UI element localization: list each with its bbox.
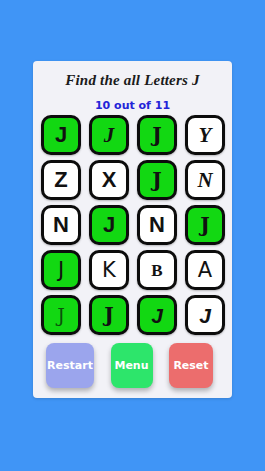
- letter-tile-r2c1[interactable]: Z: [41, 160, 81, 200]
- tile-letter: N: [149, 214, 165, 236]
- letter-tile-r1c4[interactable]: Y: [185, 115, 225, 155]
- letter-tile-r1c1[interactable]: J: [41, 115, 81, 155]
- letter-tile-r3c3[interactable]: N: [137, 205, 177, 245]
- letter-tile-r2c2[interactable]: X: [89, 160, 129, 200]
- tile-letter: N: [197, 170, 212, 191]
- menu-button[interactable]: Menu: [111, 343, 153, 388]
- letter-tile-r3c4[interactable]: J: [185, 205, 225, 245]
- letter-tile-r1c2[interactable]: J: [89, 115, 129, 155]
- tile-letter: A: [198, 260, 212, 281]
- game-card: Find the all Letters J 10 out of 11 J J …: [33, 61, 232, 398]
- reset-button[interactable]: Reset: [169, 343, 213, 388]
- progress-text: 10 out of 11: [33, 99, 232, 112]
- letter-tile-r3c2[interactable]: J: [89, 205, 129, 245]
- restart-button[interactable]: Restart: [46, 343, 94, 388]
- letter-tile-r5c4[interactable]: J: [185, 295, 225, 335]
- tile-letter: J: [104, 125, 115, 146]
- button-bar: Restart Menu Reset: [46, 343, 213, 388]
- tile-letter: J: [152, 170, 161, 190]
- tile-letter: Y: [199, 125, 212, 146]
- tile-letter: Z: [54, 169, 67, 191]
- tile-letter: J: [57, 306, 65, 325]
- letter-grid: J J J Y Z X J N N J N J J K B A J J J J: [41, 115, 225, 335]
- letter-tile-r1c3[interactable]: J: [137, 115, 177, 155]
- tile-letter: X: [102, 169, 117, 191]
- letter-tile-r5c3[interactable]: J: [137, 295, 177, 335]
- tile-letter: J: [55, 124, 67, 146]
- tile-letter: J: [103, 214, 115, 236]
- letter-tile-r5c1[interactable]: J: [41, 295, 81, 335]
- letter-tile-r2c3[interactable]: J: [137, 160, 177, 200]
- tile-letter: J: [199, 305, 211, 326]
- app-background: { "game": "find-the-letter", "header": {…: [0, 0, 265, 471]
- letter-tile-r4c1[interactable]: J: [41, 250, 81, 290]
- tile-letter: J: [200, 215, 209, 235]
- letter-tile-r3c1[interactable]: N: [41, 205, 81, 245]
- letter-tile-r2c4[interactable]: N: [185, 160, 225, 200]
- letter-tile-r4c2[interactable]: K: [89, 250, 129, 290]
- letter-tile-r4c4[interactable]: A: [185, 250, 225, 290]
- letter-tile-r5c2[interactable]: J: [89, 295, 129, 335]
- tile-letter: J: [151, 305, 163, 326]
- page-title: Find the all Letters J: [33, 72, 232, 89]
- tile-letter: J: [104, 305, 113, 325]
- tile-letter: K: [102, 260, 116, 281]
- tile-letter: J: [152, 125, 161, 145]
- tile-letter: J: [58, 260, 64, 281]
- tile-letter: N: [53, 214, 69, 236]
- tile-letter: B: [151, 262, 162, 279]
- letter-tile-r4c3[interactable]: B: [137, 250, 177, 290]
